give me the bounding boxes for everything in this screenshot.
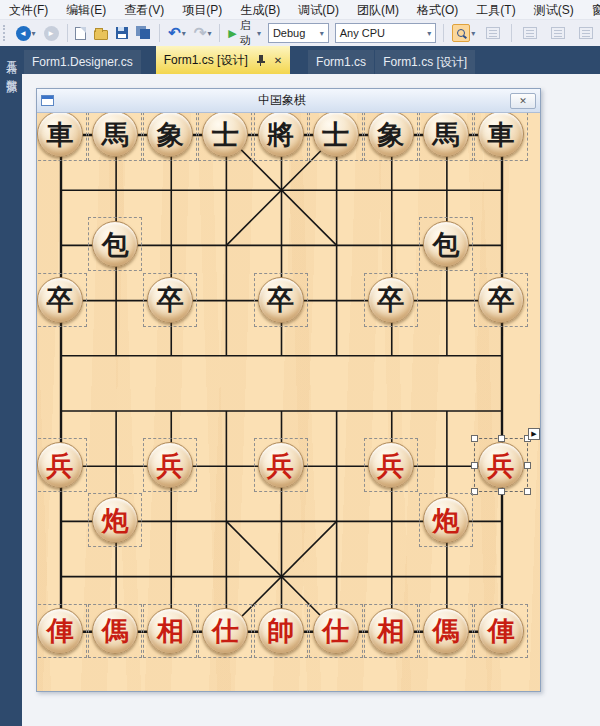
piece-包-7-2[interactable]: 包: [419, 217, 473, 271]
align-lefts-button[interactable]: [518, 22, 542, 44]
piece-士-5-0[interactable]: 士: [309, 113, 363, 161]
tab-1[interactable]: Form1.Designer.cs: [24, 50, 141, 74]
chevron-down-icon: ▾: [182, 29, 186, 38]
toolbar-grip[interactable]: [3, 25, 8, 41]
piece-glyph: 包: [423, 221, 469, 267]
piece-卒-0-3[interactable]: 卒: [37, 273, 87, 327]
navigate-back-button[interactable]: ◄▾: [14, 22, 38, 44]
xiangqi-board[interactable]: 車馬象士將士象馬車包包卒卒卒卒卒兵兵兵兵兵▶炮炮俥傌相仕帥仕相傌俥: [37, 113, 540, 691]
smart-tag-button[interactable]: ▶: [528, 428, 540, 440]
document-tab-well: Form1.Designer.csForm1.cs [设计]✕Form1.csF…: [0, 46, 600, 74]
piece-glyph: 馬: [92, 113, 138, 157]
piece-glyph: 象: [368, 113, 414, 157]
align-rights-button[interactable]: [574, 22, 598, 44]
form-title-bar[interactable]: 中国象棋 ✕: [37, 89, 540, 113]
new-file-button[interactable]: [73, 22, 88, 44]
piece-兵-2-6[interactable]: 兵: [143, 438, 197, 492]
piece-兵-4-6[interactable]: 兵: [254, 438, 308, 492]
piece-glyph: 兵: [258, 442, 304, 488]
menu-item-4[interactable]: 项目(P): [173, 0, 231, 20]
menu-item-1[interactable]: 文件(F): [0, 0, 57, 20]
menu-item-5[interactable]: 生成(B): [231, 0, 289, 20]
menu-item-10[interactable]: 测试(S): [525, 0, 583, 20]
menu-item-6[interactable]: 调试(D): [289, 0, 348, 20]
platform-value: Any CPU: [340, 27, 422, 39]
piece-glyph: 士: [202, 113, 248, 157]
piece-glyph: 俥: [37, 608, 83, 654]
save-icon: [116, 27, 128, 39]
piece-glyph: 象: [147, 113, 193, 157]
toolbar-separator: [67, 24, 68, 42]
piece-相-6-9[interactable]: 相: [364, 604, 418, 658]
piece-glyph: 相: [368, 608, 414, 654]
piece-士-3-0[interactable]: 士: [198, 113, 252, 161]
play-icon: ▶: [228, 27, 236, 40]
chevron-down-icon: ▾: [207, 29, 211, 38]
piece-將-4-0[interactable]: 將: [254, 113, 308, 161]
piece-glyph: 車: [37, 113, 83, 157]
selection-handle-e[interactable]: [524, 462, 531, 469]
chevron-down-icon: ▾: [471, 29, 475, 38]
new-file-icon: [75, 27, 86, 40]
menu-item-2[interactable]: 编辑(E): [57, 0, 115, 20]
piece-車-0-0[interactable]: 車: [37, 113, 87, 161]
find-in-files-button[interactable]: ▾: [450, 22, 477, 44]
piece-glyph: 傌: [423, 608, 469, 654]
solution-platform-dropdown[interactable]: Any CPU▾: [335, 23, 437, 43]
piece-glyph: 相: [147, 608, 193, 654]
tab-4[interactable]: Form1.cs [设计]: [375, 50, 475, 74]
chevron-down-icon: ▾: [320, 29, 324, 38]
piece-glyph: 卒: [147, 277, 193, 323]
chevron-down-icon: ▾: [257, 29, 261, 38]
selection-handle-nw[interactable]: [471, 435, 478, 442]
piece-俥-8-9[interactable]: 俥: [474, 604, 528, 658]
piece-glyph: 車: [478, 113, 524, 157]
piece-傌-7-9[interactable]: 傌: [419, 604, 473, 658]
piece-glyph: 卒: [368, 277, 414, 323]
save-all-button[interactable]: [134, 22, 153, 44]
piece-象-6-0[interactable]: 象: [364, 113, 418, 161]
piece-glyph: 馬: [423, 113, 469, 157]
piece-glyph: 炮: [92, 497, 138, 543]
open-folder-icon: [94, 30, 108, 40]
piece-兵-8-6[interactable]: 兵▶: [474, 438, 528, 492]
align-centers-icon: [551, 27, 565, 39]
selection-handle-n[interactable]: [498, 435, 505, 442]
piece-glyph: 兵: [478, 442, 524, 488]
piece-帥-4-9[interactable]: 帥: [254, 604, 308, 658]
menu-item-7[interactable]: 团队(M): [348, 0, 408, 20]
toolbar-separator: [159, 24, 160, 42]
piece-glyph: 俥: [478, 608, 524, 654]
piece-glyph: 仕: [313, 608, 359, 654]
tab-label: Form1.cs [设计]: [164, 52, 248, 69]
piece-炮-7-7[interactable]: 炮: [419, 493, 473, 547]
toolbar-separator: [511, 24, 512, 42]
piece-glyph: 士: [313, 113, 359, 157]
piece-相-2-9[interactable]: 相: [143, 604, 197, 658]
designer-surface[interactable]: 中国象棋 ✕ 車馬象士將士象馬車包包卒卒卒卒卒兵兵兵兵兵▶炮炮俥傌相仕帥仕相傌俥: [22, 74, 600, 726]
back-arrow-icon: ◄: [16, 26, 31, 41]
piece-仕-5-9[interactable]: 仕: [309, 604, 363, 658]
piece-卒-6-3[interactable]: 卒: [364, 273, 418, 327]
form-window[interactable]: 中国象棋 ✕ 車馬象士將士象馬車包包卒卒卒卒卒兵兵兵兵兵▶炮炮俥傌相仕帥仕相傌俥: [36, 88, 541, 692]
undo-button[interactable]: ↶▾: [166, 22, 188, 44]
piece-glyph: 帥: [258, 608, 304, 654]
align-grid-icon: [486, 27, 500, 39]
align-rights-icon: [579, 27, 593, 39]
tab-3[interactable]: Form1.cs: [308, 50, 374, 74]
align-to-grid-button[interactable]: [481, 22, 505, 44]
piece-俥-0-9[interactable]: 俥: [37, 604, 87, 658]
piece-卒-2-3[interactable]: 卒: [143, 273, 197, 327]
chevron-down-icon: ▾: [32, 29, 36, 38]
piece-仕-3-9[interactable]: 仕: [198, 604, 252, 658]
start-button-label: 启动: [240, 18, 256, 48]
selection-handle-s[interactable]: [498, 488, 505, 495]
piece-卒-4-3[interactable]: 卒: [254, 273, 308, 327]
tab-label: Form1.cs: [316, 55, 366, 69]
piece-象-2-0[interactable]: 象: [143, 113, 197, 161]
start-debug-button[interactable]: ▶ 启动 ▾: [226, 22, 263, 44]
piece-兵-0-6[interactable]: 兵: [37, 438, 87, 492]
piece-包-1-2[interactable]: 包: [88, 217, 142, 271]
tab-label: Form1.Designer.cs: [32, 55, 133, 69]
close-icon[interactable]: ✕: [274, 55, 282, 66]
piece-glyph: 卒: [478, 277, 524, 323]
side-tab-1[interactable]: 工具箱: [4, 52, 19, 55]
piece-兵-6-6[interactable]: 兵: [364, 438, 418, 492]
piece-傌-1-9[interactable]: 傌: [88, 604, 142, 658]
toolbar-separator: [443, 24, 444, 42]
piece-glyph: 卒: [37, 277, 83, 323]
piece-glyph: 仕: [202, 608, 248, 654]
tab-label: Form1.cs [设计]: [383, 54, 467, 71]
form-window-icon: [41, 95, 54, 106]
search-icon: [452, 24, 470, 42]
menu-bar: 文件(F)编辑(E)查看(V)项目(P)生成(B)调试(D)团队(M)格式(O)…: [0, 0, 600, 20]
piece-炮-1-7[interactable]: 炮: [88, 493, 142, 547]
piece-卒-8-3[interactable]: 卒: [474, 273, 528, 327]
redo-icon: ↷: [194, 26, 207, 40]
solution-configuration-dropdown[interactable]: Debug▾: [268, 23, 329, 43]
piece-glyph: 包: [92, 221, 138, 267]
form-close-button[interactable]: ✕: [510, 93, 536, 109]
piece-車-8-0[interactable]: 車: [474, 113, 528, 161]
undo-icon: ↶: [168, 26, 181, 40]
menu-item-9[interactable]: 工具(T): [467, 0, 524, 20]
menu-item-11[interactable]: 窗口(W): [583, 0, 600, 20]
selection-handle-se[interactable]: [524, 488, 531, 495]
navigate-forward-button[interactable]: ►: [42, 22, 61, 44]
menu-item-8[interactable]: 格式(O): [408, 0, 467, 20]
side-tab-2[interactable]: 数据源: [4, 71, 19, 74]
piece-glyph: 兵: [368, 442, 414, 488]
chevron-down-icon: ▾: [427, 29, 431, 38]
open-file-button[interactable]: [92, 22, 110, 44]
pin-icon[interactable]: [256, 54, 266, 66]
configuration-value: Debug: [273, 27, 314, 39]
piece-glyph: 炮: [423, 497, 469, 543]
align-centers-button[interactable]: [546, 22, 570, 44]
toolbar-separator: [219, 24, 220, 42]
piece-glyph: 兵: [147, 442, 193, 488]
redo-button[interactable]: ↷▾: [192, 22, 214, 44]
left-tool-strip: 工具箱数据源: [0, 46, 22, 726]
piece-glyph: 將: [258, 113, 304, 157]
save-button[interactable]: [114, 22, 130, 44]
align-lefts-icon: [523, 27, 537, 39]
selection-handle-w[interactable]: [471, 462, 478, 469]
piece-glyph: 傌: [92, 608, 138, 654]
form-title: 中国象棋: [54, 92, 510, 109]
main-toolbar: ◄▾ ► ↶▾ ↷▾ ▶ 启动 ▾ Debug▾ Any CPU▾ ▾: [0, 20, 600, 46]
piece-馬-7-0[interactable]: 馬: [419, 113, 473, 161]
forward-arrow-icon: ►: [44, 26, 59, 41]
tab-2[interactable]: Form1.cs [设计]✕: [156, 46, 290, 74]
piece-馬-1-0[interactable]: 馬: [88, 113, 142, 161]
piece-glyph: 卒: [258, 277, 304, 323]
save-all-icon: [136, 26, 151, 40]
piece-glyph: 兵: [37, 442, 83, 488]
menu-item-3[interactable]: 查看(V): [115, 0, 173, 20]
